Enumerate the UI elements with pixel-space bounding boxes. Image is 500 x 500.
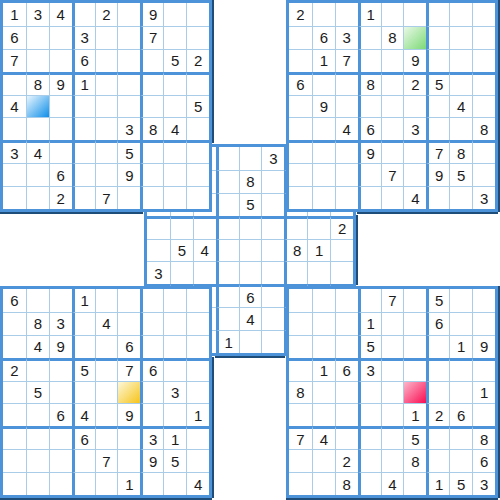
cell-top-left-r6c6[interactable]: 3 — [117, 117, 140, 140]
cell-center-r3c5[interactable]: 5 — [239, 193, 262, 216]
cell-top-right-r2c3[interactable]: 3 — [335, 26, 358, 49]
cell-center-r5c2[interactable]: 5 — [170, 239, 193, 262]
cell-bottom-left-r1c7[interactable] — [140, 289, 163, 312]
cell-bottom-left-r4c6[interactable]: 7 — [117, 358, 140, 381]
cell-top-left-r9c5[interactable]: 7 — [95, 186, 118, 209]
cell-bottom-right-r4c3[interactable]: 6 — [335, 358, 358, 381]
cell-center-r4c8[interactable] — [307, 216, 330, 239]
cell-top-left-r6c4[interactable] — [72, 117, 95, 140]
cell-center-r8c5[interactable]: 4 — [239, 307, 262, 330]
cell-top-left-r6c1[interactable] — [3, 117, 26, 140]
cell-top-right-r9c2[interactable] — [312, 186, 335, 209]
cell-top-left-r8c9[interactable] — [186, 163, 209, 186]
cell-bottom-left-r6c5[interactable] — [95, 403, 118, 426]
cell-top-left-r4c3[interactable]: 9 — [49, 72, 72, 95]
cell-top-right-r5c8[interactable]: 4 — [449, 95, 472, 118]
cell-top-right-r1c9[interactable] — [472, 3, 495, 26]
cell-top-right-r3c8[interactable] — [449, 49, 472, 72]
cell-center-r6c1[interactable]: 3 — [147, 261, 170, 284]
cell-top-left-r8c5[interactable] — [95, 163, 118, 186]
cell-center-r9c4[interactable]: 1 — [216, 330, 239, 353]
cell-top-left-r5c9[interactable]: 5 — [186, 95, 209, 118]
cell-top-left-r8c8[interactable] — [163, 163, 186, 186]
cell-top-left-r3c3[interactable] — [49, 49, 72, 72]
cell-bottom-left-r2c1[interactable] — [3, 312, 26, 335]
cell-top-left-r2c6[interactable] — [117, 26, 140, 49]
cell-bottom-left-r5c8[interactable]: 3 — [163, 381, 186, 404]
cell-bottom-left-r6c3[interactable]: 6 — [49, 403, 72, 426]
cell-top-left-r2c5[interactable] — [95, 26, 118, 49]
cell-bottom-left-r7c9[interactable] — [186, 426, 209, 449]
cell-top-left-r1c8[interactable] — [163, 3, 186, 26]
cell-bottom-left-r8c4[interactable] — [72, 449, 95, 472]
cell-center-r4c3[interactable] — [193, 216, 216, 239]
cell-top-left-r9c4[interactable] — [72, 186, 95, 209]
cell-top-right-r3c1[interactable] — [289, 49, 312, 72]
cell-bottom-right-r2c8[interactable] — [449, 312, 472, 335]
cell-bottom-left-r9c1[interactable] — [3, 472, 26, 495]
cell-bottom-right-r6c4[interactable] — [358, 403, 381, 426]
cell-bottom-right-r6c5[interactable] — [381, 403, 404, 426]
cell-top-left-r8c4[interactable] — [72, 163, 95, 186]
cell-top-left-r4c6[interactable] — [117, 72, 140, 95]
cell-top-left-r8c2[interactable] — [26, 163, 49, 186]
cell-bottom-left-r3c3[interactable]: 9 — [49, 335, 72, 358]
cell-bottom-right-r7c5[interactable] — [381, 426, 404, 449]
cell-bottom-right-r1c1[interactable] — [289, 289, 312, 312]
cell-top-left-r4c2[interactable]: 8 — [26, 72, 49, 95]
cell-center-r9c5[interactable] — [239, 330, 262, 353]
cell-center-r6c5[interactable] — [239, 261, 262, 284]
cell-top-left-r2c4[interactable]: 3 — [72, 26, 95, 49]
cell-center-r8c4[interactable] — [216, 307, 239, 330]
cell-bottom-right-r2c4[interactable]: 1 — [358, 312, 381, 335]
cell-top-right-r9c8[interactable] — [449, 186, 472, 209]
cell-center-r1c5[interactable] — [239, 147, 262, 170]
cell-bottom-left-r5c5[interactable] — [95, 381, 118, 404]
cell-top-right-r5c5[interactable] — [381, 95, 404, 118]
cell-bottom-left-r5c4[interactable] — [72, 381, 95, 404]
cell-top-left-r8c1[interactable] — [3, 163, 26, 186]
cell-bottom-left-r7c2[interactable] — [26, 426, 49, 449]
cell-top-right-r5c6[interactable] — [403, 95, 426, 118]
cell-bottom-left-r8c5[interactable]: 7 — [95, 449, 118, 472]
cell-top-right-r6c4[interactable]: 6 — [358, 117, 381, 140]
cell-top-right-r1c6[interactable] — [403, 3, 426, 26]
cell-bottom-right-r5c2[interactable] — [312, 381, 335, 404]
cell-bottom-left-r4c3[interactable] — [49, 358, 72, 381]
cell-top-left-r5c6[interactable] — [117, 95, 140, 118]
cell-top-right-r7c3[interactable] — [335, 140, 358, 163]
cell-bottom-right-r6c8[interactable]: 6 — [449, 403, 472, 426]
cell-bottom-left-r1c8[interactable] — [163, 289, 186, 312]
cell-bottom-right-r3c6[interactable] — [403, 335, 426, 358]
cell-bottom-right-r8c1[interactable] — [289, 449, 312, 472]
cell-bottom-right-r7c3[interactable] — [335, 426, 358, 449]
cell-bottom-left-r7c3[interactable] — [49, 426, 72, 449]
cell-top-right-r8c7[interactable]: 9 — [426, 163, 449, 186]
cell-top-left-r9c1[interactable] — [3, 186, 26, 209]
cell-bottom-right-r7c4[interactable] — [358, 426, 381, 449]
cell-top-right-r5c7[interactable] — [426, 95, 449, 118]
cell-top-right-r7c4[interactable]: 9 — [358, 140, 381, 163]
cell-center-r7c6[interactable] — [261, 284, 284, 307]
cell-top-right-r1c7[interactable] — [426, 3, 449, 26]
cell-top-right-r9c4[interactable] — [358, 186, 381, 209]
cell-bottom-right-r3c7[interactable] — [426, 335, 449, 358]
cell-bottom-left-r4c5[interactable] — [95, 358, 118, 381]
cell-bottom-right-r2c3[interactable] — [335, 312, 358, 335]
cell-bottom-right-r1c9[interactable] — [472, 289, 495, 312]
cell-bottom-right-r6c1[interactable] — [289, 403, 312, 426]
cell-top-left-r8c3[interactable]: 6 — [49, 163, 72, 186]
cell-bottom-right-r2c9[interactable] — [472, 312, 495, 335]
cell-top-right-r5c1[interactable] — [289, 95, 312, 118]
cell-bottom-left-r6c9[interactable]: 1 — [186, 403, 209, 426]
cell-top-right-r7c6[interactable] — [403, 140, 426, 163]
cell-bottom-right-r6c2[interactable] — [312, 403, 335, 426]
cell-bottom-right-r6c6[interactable]: 1 — [403, 403, 426, 426]
cell-top-right-r4c1[interactable]: 6 — [289, 72, 312, 95]
cell-top-left-r2c9[interactable] — [186, 26, 209, 49]
cell-top-right-r6c9[interactable]: 8 — [472, 117, 495, 140]
cell-bottom-left-r2c9[interactable] — [186, 312, 209, 335]
cell-bottom-right-r3c1[interactable] — [289, 335, 312, 358]
cell-top-right-r4c7[interactable]: 5 — [426, 72, 449, 95]
cell-top-right-r2c4[interactable] — [358, 26, 381, 49]
cell-bottom-left-r4c2[interactable] — [26, 358, 49, 381]
cell-bottom-right-r7c7[interactable] — [426, 426, 449, 449]
cell-bottom-right-r3c8[interactable]: 1 — [449, 335, 472, 358]
green-highlight[interactable] — [403, 26, 426, 49]
cell-bottom-left-r2c4[interactable] — [72, 312, 95, 335]
cell-top-left-r7c6[interactable]: 5 — [117, 140, 140, 163]
cell-top-left-r1c2[interactable]: 3 — [26, 3, 49, 26]
cell-top-right-r9c1[interactable] — [289, 186, 312, 209]
cell-top-left-r2c3[interactable] — [49, 26, 72, 49]
cell-top-right-r1c2[interactable] — [312, 3, 335, 26]
cell-bottom-right-r4c7[interactable] — [426, 358, 449, 381]
cell-bottom-right-r9c2[interactable] — [312, 472, 335, 495]
cell-bottom-left-r4c9[interactable] — [186, 358, 209, 381]
cell-bottom-left-r8c1[interactable] — [3, 449, 26, 472]
cell-bottom-right-r9c1[interactable] — [289, 472, 312, 495]
cell-bottom-right-r9c8[interactable]: 5 — [449, 472, 472, 495]
cell-top-right-r8c9[interactable] — [472, 163, 495, 186]
cell-bottom-right-r8c7[interactable] — [426, 449, 449, 472]
cell-top-left-r9c9[interactable] — [186, 186, 209, 209]
cell-bottom-right-r7c6[interactable]: 5 — [403, 426, 426, 449]
cell-top-left-r9c7[interactable] — [140, 186, 163, 209]
cell-top-left-r3c8[interactable]: 5 — [163, 49, 186, 72]
cell-top-right-r6c5[interactable] — [381, 117, 404, 140]
cell-top-left-r1c3[interactable]: 4 — [49, 3, 72, 26]
cell-top-left-r1c5[interactable]: 2 — [95, 3, 118, 26]
cell-bottom-left-r3c1[interactable] — [3, 335, 26, 358]
cell-bottom-right-r9c5[interactable]: 4 — [381, 472, 404, 495]
cell-bottom-right-r3c4[interactable]: 5 — [358, 335, 381, 358]
cell-top-left-r7c7[interactable] — [140, 140, 163, 163]
cell-top-left-r7c3[interactable] — [49, 140, 72, 163]
cell-bottom-left-r3c5[interactable] — [95, 335, 118, 358]
cell-top-right-r6c1[interactable] — [289, 117, 312, 140]
cell-bottom-left-r9c9[interactable]: 4 — [186, 472, 209, 495]
cell-top-left-r7c4[interactable] — [72, 140, 95, 163]
cell-bottom-left-r3c2[interactable]: 4 — [26, 335, 49, 358]
cell-top-right-r7c2[interactable] — [312, 140, 335, 163]
cell-top-left-r9c3[interactable]: 2 — [49, 186, 72, 209]
cell-top-right-r9c7[interactable] — [426, 186, 449, 209]
cell-top-right-r8c8[interactable]: 5 — [449, 163, 472, 186]
cell-bottom-right-r4c6[interactable] — [403, 358, 426, 381]
cell-bottom-right-r4c4[interactable]: 3 — [358, 358, 381, 381]
cell-top-right-r6c7[interactable] — [426, 117, 449, 140]
cell-bottom-right-r5c4[interactable] — [358, 381, 381, 404]
cell-bottom-left-r5c9[interactable] — [186, 381, 209, 404]
cell-center-r4c4[interactable] — [216, 216, 239, 239]
cell-bottom-right-r8c3[interactable]: 2 — [335, 449, 358, 472]
cell-bottom-right-r6c7[interactable]: 2 — [426, 403, 449, 426]
cell-bottom-right-r2c6[interactable] — [403, 312, 426, 335]
cell-center-r3c4[interactable] — [216, 193, 239, 216]
cell-center-r5c1[interactable] — [147, 239, 170, 262]
yellow-highlight[interactable] — [117, 381, 140, 404]
cell-center-r5c9[interactable] — [330, 239, 353, 262]
cell-center-r6c2[interactable] — [170, 261, 193, 284]
cell-bottom-left-r4c8[interactable] — [163, 358, 186, 381]
cell-bottom-left-r1c2[interactable] — [26, 289, 49, 312]
cell-bottom-left-r3c6[interactable]: 6 — [117, 335, 140, 358]
cell-top-right-r7c8[interactable]: 8 — [449, 140, 472, 163]
cell-top-right-r3c6[interactable]: 9 — [403, 49, 426, 72]
cell-top-right-r3c3[interactable]: 7 — [335, 49, 358, 72]
cell-bottom-left-r8c9[interactable] — [186, 449, 209, 472]
cell-top-left-r4c9[interactable] — [186, 72, 209, 95]
cell-center-r6c6[interactable] — [261, 261, 284, 284]
cell-bottom-right-r4c5[interactable] — [381, 358, 404, 381]
cell-bottom-left-r3c8[interactable] — [163, 335, 186, 358]
cell-top-left-r8c6[interactable]: 9 — [117, 163, 140, 186]
cell-top-right-r5c2[interactable]: 9 — [312, 95, 335, 118]
cell-bottom-left-r1c4[interactable]: 1 — [72, 289, 95, 312]
cell-bottom-left-r8c6[interactable] — [117, 449, 140, 472]
cell-bottom-right-r3c5[interactable] — [381, 335, 404, 358]
cell-bottom-right-r1c6[interactable] — [403, 289, 426, 312]
cell-top-right-r9c3[interactable] — [335, 186, 358, 209]
cell-top-left-r6c9[interactable] — [186, 117, 209, 140]
cell-bottom-left-r2c6[interactable] — [117, 312, 140, 335]
cell-bottom-left-r9c2[interactable] — [26, 472, 49, 495]
cell-bottom-left-r2c2[interactable]: 8 — [26, 312, 49, 335]
cell-top-right-r5c4[interactable] — [358, 95, 381, 118]
cell-bottom-right-r8c6[interactable]: 8 — [403, 449, 426, 472]
cell-top-left-r1c6[interactable] — [117, 3, 140, 26]
cell-top-left-r2c2[interactable] — [26, 26, 49, 49]
cell-top-right-r4c2[interactable] — [312, 72, 335, 95]
cell-top-right-r1c3[interactable] — [335, 3, 358, 26]
cell-bottom-left-r7c7[interactable]: 3 — [140, 426, 163, 449]
cell-bottom-left-r3c7[interactable] — [140, 335, 163, 358]
pink-highlight[interactable] — [403, 381, 426, 404]
cell-center-r5c5[interactable] — [239, 239, 262, 262]
cell-top-left-r4c8[interactable] — [163, 72, 186, 95]
cell-top-left-r7c5[interactable] — [95, 140, 118, 163]
cell-bottom-right-r6c3[interactable] — [335, 403, 358, 426]
cell-bottom-left-r5c2[interactable]: 5 — [26, 381, 49, 404]
cell-top-right-r2c7[interactable] — [426, 26, 449, 49]
cell-top-right-r6c3[interactable]: 4 — [335, 117, 358, 140]
cell-bottom-right-r4c9[interactable] — [472, 358, 495, 381]
cell-bottom-right-r2c2[interactable] — [312, 312, 335, 335]
cell-bottom-left-r6c4[interactable]: 4 — [72, 403, 95, 426]
cell-top-right-r8c1[interactable] — [289, 163, 312, 186]
cell-top-right-r1c1[interactable]: 2 — [289, 3, 312, 26]
cell-top-left-r5c8[interactable] — [163, 95, 186, 118]
cell-bottom-left-r6c7[interactable] — [140, 403, 163, 426]
cell-bottom-left-r7c8[interactable]: 1 — [163, 426, 186, 449]
cell-top-left-r3c9[interactable]: 2 — [186, 49, 209, 72]
cell-top-right-r1c8[interactable] — [449, 3, 472, 26]
cell-top-left-r7c2[interactable]: 4 — [26, 140, 49, 163]
cell-top-right-r2c9[interactable] — [472, 26, 495, 49]
cell-bottom-left-r3c4[interactable] — [72, 335, 95, 358]
cell-top-right-r8c5[interactable]: 7 — [381, 163, 404, 186]
cell-bottom-left-r9c7[interactable] — [140, 472, 163, 495]
cell-center-r6c4[interactable] — [216, 261, 239, 284]
cell-top-right-r4c6[interactable]: 2 — [403, 72, 426, 95]
cell-center-r9c6[interactable] — [261, 330, 284, 353]
cell-top-right-r8c6[interactable] — [403, 163, 426, 186]
cell-bottom-left-r8c8[interactable]: 5 — [163, 449, 186, 472]
cell-top-left-r2c1[interactable]: 6 — [3, 26, 26, 49]
cell-bottom-right-r1c4[interactable] — [358, 289, 381, 312]
cell-bottom-left-r1c1[interactable]: 6 — [3, 289, 26, 312]
cell-top-left-r3c6[interactable] — [117, 49, 140, 72]
cell-center-r7c5[interactable]: 6 — [239, 284, 262, 307]
cell-top-left-r6c3[interactable] — [49, 117, 72, 140]
cell-center-r3c6[interactable] — [261, 193, 284, 216]
cell-bottom-left-r9c4[interactable] — [72, 472, 95, 495]
cell-top-right-r6c8[interactable] — [449, 117, 472, 140]
cell-bottom-right-r8c9[interactable]: 6 — [472, 449, 495, 472]
cell-top-left-r7c1[interactable]: 3 — [3, 140, 26, 163]
cell-top-left-r1c7[interactable]: 9 — [140, 3, 163, 26]
cell-top-left-r3c7[interactable] — [140, 49, 163, 72]
cell-top-left-r7c9[interactable] — [186, 140, 209, 163]
cell-center-r5c7[interactable]: 8 — [284, 239, 307, 262]
cell-center-r6c7[interactable] — [284, 261, 307, 284]
cell-bottom-right-r8c2[interactable] — [312, 449, 335, 472]
cell-top-left-r3c5[interactable] — [95, 49, 118, 72]
cell-bottom-right-r8c4[interactable] — [358, 449, 381, 472]
cell-bottom-left-r9c5[interactable] — [95, 472, 118, 495]
cell-bottom-right-r6c9[interactable] — [472, 403, 495, 426]
cell-bottom-left-r1c9[interactable] — [186, 289, 209, 312]
cell-top-right-r3c2[interactable]: 1 — [312, 49, 335, 72]
cell-bottom-left-r2c7[interactable] — [140, 312, 163, 335]
cell-bottom-left-r9c6[interactable]: 1 — [117, 472, 140, 495]
cell-bottom-right-r9c9[interactable]: 3 — [472, 472, 495, 495]
cell-bottom-right-r5c7[interactable] — [426, 381, 449, 404]
cell-center-r7c4[interactable] — [216, 284, 239, 307]
cell-bottom-right-r1c8[interactable] — [449, 289, 472, 312]
cell-bottom-right-r2c1[interactable] — [289, 312, 312, 335]
cell-center-r2c6[interactable] — [261, 170, 284, 193]
cell-bottom-left-r2c3[interactable]: 3 — [49, 312, 72, 335]
cell-top-left-r1c4[interactable] — [72, 3, 95, 26]
cell-bottom-right-r7c9[interactable]: 8 — [472, 426, 495, 449]
cell-bottom-left-r6c1[interactable] — [3, 403, 26, 426]
cell-top-right-r1c5[interactable] — [381, 3, 404, 26]
cell-center-r6c8[interactable] — [307, 261, 330, 284]
cell-top-left-r9c2[interactable] — [26, 186, 49, 209]
cell-top-left-r6c5[interactable] — [95, 117, 118, 140]
cell-bottom-left-r6c8[interactable] — [163, 403, 186, 426]
cell-top-right-r2c5[interactable]: 8 — [381, 26, 404, 49]
cell-bottom-left-r5c7[interactable] — [140, 381, 163, 404]
cell-bottom-right-r5c1[interactable]: 8 — [289, 381, 312, 404]
cell-top-left-r5c1[interactable]: 4 — [3, 95, 26, 118]
cell-top-right-r4c4[interactable]: 8 — [358, 72, 381, 95]
cell-center-r4c1[interactable] — [147, 216, 170, 239]
cell-top-right-r7c7[interactable]: 7 — [426, 140, 449, 163]
cell-center-r5c3[interactable]: 4 — [193, 239, 216, 262]
cell-top-left-r9c8[interactable] — [163, 186, 186, 209]
cell-bottom-right-r2c5[interactable] — [381, 312, 404, 335]
cell-bottom-left-r6c2[interactable] — [26, 403, 49, 426]
cell-bottom-left-r1c5[interactable] — [95, 289, 118, 312]
cell-bottom-right-r9c4[interactable] — [358, 472, 381, 495]
cell-top-left-r1c1[interactable]: 1 — [3, 3, 26, 26]
cell-bottom-left-r7c1[interactable] — [3, 426, 26, 449]
cell-top-left-r1c9[interactable] — [186, 3, 209, 26]
cell-bottom-left-r8c3[interactable] — [49, 449, 72, 472]
cell-top-left-r3c1[interactable]: 7 — [3, 49, 26, 72]
cell-top-left-r4c1[interactable] — [3, 72, 26, 95]
cell-bottom-left-r7c4[interactable]: 6 — [72, 426, 95, 449]
cell-top-right-r2c1[interactable] — [289, 26, 312, 49]
cell-top-right-r7c1[interactable] — [289, 140, 312, 163]
cell-top-left-r5c7[interactable] — [140, 95, 163, 118]
cell-bottom-right-r3c2[interactable] — [312, 335, 335, 358]
cell-top-left-r4c5[interactable] — [95, 72, 118, 95]
cell-top-left-r6c7[interactable]: 8 — [140, 117, 163, 140]
cell-bottom-left-r9c8[interactable] — [163, 472, 186, 495]
cell-bottom-left-r5c3[interactable] — [49, 381, 72, 404]
cell-top-right-r1c4[interactable]: 1 — [358, 3, 381, 26]
cell-center-r4c6[interactable] — [261, 216, 284, 239]
cell-top-left-r9c6[interactable] — [117, 186, 140, 209]
cell-top-right-r9c5[interactable] — [381, 186, 404, 209]
cell-bottom-left-r4c4[interactable]: 5 — [72, 358, 95, 381]
cell-top-right-r3c9[interactable] — [472, 49, 495, 72]
cell-top-left-r6c8[interactable]: 4 — [163, 117, 186, 140]
blue-highlight[interactable] — [26, 95, 49, 118]
cell-top-right-r4c3[interactable] — [335, 72, 358, 95]
cell-top-left-r5c3[interactable] — [49, 95, 72, 118]
cell-bottom-right-r7c8[interactable] — [449, 426, 472, 449]
cell-bottom-left-r3c9[interactable] — [186, 335, 209, 358]
cell-bottom-left-r4c7[interactable]: 6 — [140, 358, 163, 381]
cell-top-left-r3c4[interactable]: 6 — [72, 49, 95, 72]
cell-bottom-right-r5c3[interactable] — [335, 381, 358, 404]
cell-center-r5c8[interactable]: 1 — [307, 239, 330, 262]
cell-bottom-right-r5c5[interactable] — [381, 381, 404, 404]
cell-top-left-r2c7[interactable]: 7 — [140, 26, 163, 49]
cell-bottom-left-r8c2[interactable] — [26, 449, 49, 472]
cell-center-r4c2[interactable] — [170, 216, 193, 239]
cell-center-r5c4[interactable] — [216, 239, 239, 262]
